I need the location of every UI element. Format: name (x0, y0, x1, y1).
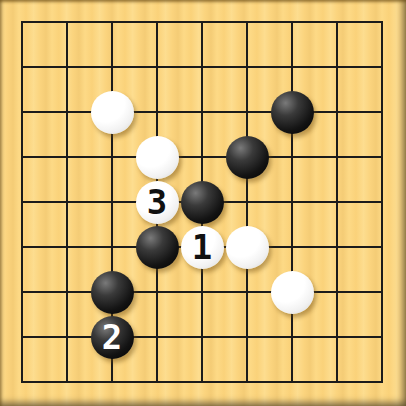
intersection[interactable] (225, 135, 270, 180)
intersection[interactable] (45, 90, 90, 135)
intersection[interactable] (225, 360, 270, 405)
intersection[interactable] (270, 270, 315, 315)
intersection[interactable] (135, 135, 180, 180)
intersection[interactable] (0, 360, 45, 405)
intersection[interactable] (225, 90, 270, 135)
intersection[interactable] (315, 270, 360, 315)
intersection[interactable] (90, 180, 135, 225)
black-stone (226, 136, 269, 179)
intersection[interactable] (45, 135, 90, 180)
intersection[interactable] (0, 0, 45, 45)
intersection[interactable]: 1 (180, 225, 225, 270)
white-stone (226, 226, 269, 269)
intersection[interactable] (315, 180, 360, 225)
intersection[interactable] (360, 0, 405, 45)
black-stone (271, 91, 314, 134)
intersection[interactable] (225, 45, 270, 90)
intersection[interactable] (315, 360, 360, 405)
intersection[interactable] (180, 90, 225, 135)
intersection[interactable] (360, 135, 405, 180)
intersection[interactable] (225, 0, 270, 45)
intersection[interactable] (225, 180, 270, 225)
intersection[interactable] (315, 45, 360, 90)
intersection[interactable] (90, 0, 135, 45)
intersection[interactable] (270, 0, 315, 45)
intersection[interactable]: 2 (90, 315, 135, 360)
intersection[interactable] (45, 45, 90, 90)
black-stone-move-2: 2 (91, 316, 134, 359)
white-stone (91, 91, 134, 134)
intersection[interactable] (135, 225, 180, 270)
intersection[interactable] (360, 225, 405, 270)
intersection[interactable] (180, 0, 225, 45)
intersection[interactable] (180, 360, 225, 405)
intersection[interactable] (45, 180, 90, 225)
intersection[interactable] (90, 90, 135, 135)
intersection[interactable] (360, 270, 405, 315)
intersection[interactable] (360, 90, 405, 135)
black-stone (136, 226, 179, 269)
intersection[interactable] (90, 360, 135, 405)
intersection[interactable] (0, 180, 45, 225)
intersection[interactable] (270, 360, 315, 405)
intersection[interactable] (315, 90, 360, 135)
intersection[interactable] (360, 360, 405, 405)
intersection[interactable] (45, 360, 90, 405)
intersection[interactable] (0, 315, 45, 360)
white-stone (271, 271, 314, 314)
intersection[interactable] (270, 180, 315, 225)
intersection[interactable] (0, 135, 45, 180)
intersection[interactable] (180, 135, 225, 180)
intersection[interactable] (270, 315, 315, 360)
intersection[interactable] (135, 315, 180, 360)
intersection[interactable] (135, 45, 180, 90)
intersection[interactable] (225, 225, 270, 270)
intersection[interactable] (315, 135, 360, 180)
intersection[interactable] (180, 180, 225, 225)
intersection[interactable] (90, 45, 135, 90)
white-stone-move-1: 1 (181, 226, 224, 269)
intersection[interactable] (270, 135, 315, 180)
intersection[interactable] (0, 45, 45, 90)
intersection[interactable] (45, 0, 90, 45)
intersection[interactable] (90, 225, 135, 270)
intersection[interactable] (45, 270, 90, 315)
intersection[interactable] (0, 225, 45, 270)
go-board[interactable]: 312 (0, 0, 406, 406)
intersection[interactable] (225, 270, 270, 315)
black-stone (181, 181, 224, 224)
intersection[interactable] (315, 0, 360, 45)
intersection[interactable] (315, 225, 360, 270)
intersection[interactable] (90, 135, 135, 180)
black-stone (91, 271, 134, 314)
board-intersections[interactable]: 312 (0, 0, 405, 405)
intersection[interactable] (360, 180, 405, 225)
intersection[interactable] (180, 270, 225, 315)
intersection[interactable] (270, 45, 315, 90)
intersection[interactable] (315, 315, 360, 360)
intersection[interactable] (180, 315, 225, 360)
intersection[interactable] (270, 90, 315, 135)
intersection[interactable] (0, 270, 45, 315)
intersection[interactable] (225, 315, 270, 360)
intersection[interactable] (135, 270, 180, 315)
white-stone-move-3: 3 (136, 181, 179, 224)
white-stone (136, 136, 179, 179)
intersection[interactable] (45, 225, 90, 270)
intersection[interactable] (135, 0, 180, 45)
intersection[interactable] (135, 360, 180, 405)
intersection[interactable] (360, 315, 405, 360)
intersection[interactable] (45, 315, 90, 360)
intersection[interactable]: 3 (135, 180, 180, 225)
intersection[interactable] (360, 45, 405, 90)
intersection[interactable] (135, 90, 180, 135)
intersection[interactable] (0, 90, 45, 135)
intersection[interactable] (270, 225, 315, 270)
intersection[interactable] (90, 270, 135, 315)
intersection[interactable] (180, 45, 225, 90)
